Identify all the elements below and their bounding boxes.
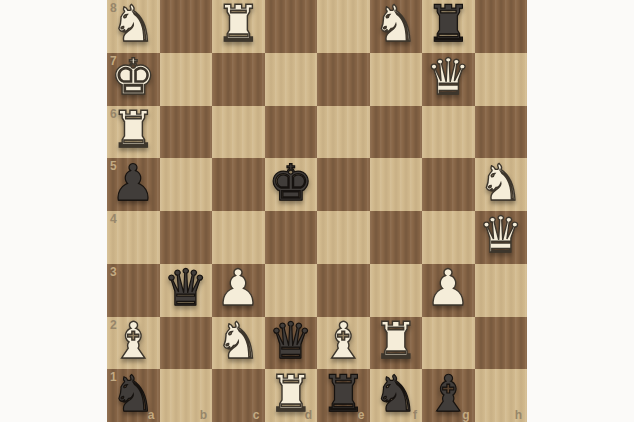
square-e8[interactable] xyxy=(317,0,370,53)
square-b3[interactable]: ♛ xyxy=(160,264,213,317)
square-g1[interactable]: g♝ xyxy=(422,369,475,422)
square-g8[interactable]: ♜ xyxy=(422,0,475,53)
square-h5[interactable]: ♞ xyxy=(475,158,528,211)
file-label-h: h xyxy=(515,409,522,421)
square-a2[interactable]: 2♝ xyxy=(107,317,160,370)
square-e7[interactable] xyxy=(317,53,370,106)
chess-board: 8♞♜♞♜7♚♛6♜5♟♚♞4♛3♛♟♟2♝♞♛♝♜1a♞bcd♜e♜f♞g♝h xyxy=(107,0,527,422)
piece-white-knight[interactable]: ♞ xyxy=(216,315,261,367)
square-a6[interactable]: 6♜ xyxy=(107,106,160,159)
square-h6[interactable] xyxy=(475,106,528,159)
square-f2[interactable]: ♜ xyxy=(370,317,423,370)
piece-white-pawn[interactable]: ♟ xyxy=(426,262,471,314)
square-d7[interactable] xyxy=(265,53,318,106)
square-d2[interactable]: ♛ xyxy=(265,317,318,370)
square-d5[interactable]: ♚ xyxy=(265,158,318,211)
square-e3[interactable] xyxy=(317,264,370,317)
square-e6[interactable] xyxy=(317,106,370,159)
square-f1[interactable]: f♞ xyxy=(370,369,423,422)
square-b5[interactable] xyxy=(160,158,213,211)
rank-label-3: 3 xyxy=(110,266,117,278)
piece-black-rook[interactable]: ♜ xyxy=(426,0,471,50)
square-c5[interactable] xyxy=(212,158,265,211)
square-h4[interactable]: ♛ xyxy=(475,211,528,264)
square-h1[interactable]: h xyxy=(475,369,528,422)
square-b1[interactable]: b xyxy=(160,369,213,422)
square-b6[interactable] xyxy=(160,106,213,159)
square-g3[interactable]: ♟ xyxy=(422,264,475,317)
file-label-c: c xyxy=(253,409,260,421)
square-h3[interactable] xyxy=(475,264,528,317)
rank-label-4: 4 xyxy=(110,213,117,225)
square-c4[interactable] xyxy=(212,211,265,264)
square-f3[interactable] xyxy=(370,264,423,317)
square-d1[interactable]: d♜ xyxy=(265,369,318,422)
square-f4[interactable] xyxy=(370,211,423,264)
square-g7[interactable]: ♛ xyxy=(422,53,475,106)
square-c1[interactable]: c xyxy=(212,369,265,422)
square-a7[interactable]: 7♚ xyxy=(107,53,160,106)
square-c7[interactable] xyxy=(212,53,265,106)
square-g5[interactable] xyxy=(422,158,475,211)
square-a5[interactable]: 5♟ xyxy=(107,158,160,211)
square-a3[interactable]: 3 xyxy=(107,264,160,317)
square-g6[interactable] xyxy=(422,106,475,159)
square-g4[interactable] xyxy=(422,211,475,264)
square-h7[interactable] xyxy=(475,53,528,106)
piece-white-rook[interactable]: ♜ xyxy=(111,104,156,156)
piece-black-queen[interactable]: ♛ xyxy=(163,262,208,314)
piece-white-queen[interactable]: ♛ xyxy=(478,209,523,261)
piece-white-pawn[interactable]: ♟ xyxy=(216,262,261,314)
square-a1[interactable]: 1a♞ xyxy=(107,369,160,422)
square-h8[interactable] xyxy=(475,0,528,53)
file-label-b: b xyxy=(200,409,207,421)
square-b2[interactable] xyxy=(160,317,213,370)
square-d6[interactable] xyxy=(265,106,318,159)
square-d8[interactable] xyxy=(265,0,318,53)
piece-white-knight[interactable]: ♞ xyxy=(111,0,156,50)
square-f6[interactable] xyxy=(370,106,423,159)
square-c2[interactable]: ♞ xyxy=(212,317,265,370)
square-e5[interactable] xyxy=(317,158,370,211)
piece-white-queen[interactable]: ♛ xyxy=(426,51,471,103)
piece-black-rook[interactable]: ♜ xyxy=(321,368,366,420)
square-c6[interactable] xyxy=(212,106,265,159)
piece-black-pawn[interactable]: ♟ xyxy=(111,157,156,209)
piece-black-knight[interactable]: ♞ xyxy=(373,368,418,420)
square-a4[interactable]: 4 xyxy=(107,211,160,264)
square-b8[interactable] xyxy=(160,0,213,53)
piece-white-knight[interactable]: ♞ xyxy=(373,0,418,50)
square-b4[interactable] xyxy=(160,211,213,264)
square-f5[interactable] xyxy=(370,158,423,211)
square-g2[interactable] xyxy=(422,317,475,370)
piece-black-knight[interactable]: ♞ xyxy=(111,368,156,420)
square-e1[interactable]: e♜ xyxy=(317,369,370,422)
page-background: 8♞♜♞♜7♚♛6♜5♟♚♞4♛3♛♟♟2♝♞♛♝♜1a♞bcd♜e♜f♞g♝h xyxy=(0,0,634,422)
square-d3[interactable] xyxy=(265,264,318,317)
piece-black-bishop[interactable]: ♝ xyxy=(426,368,471,420)
square-e2[interactable]: ♝ xyxy=(317,317,370,370)
square-h2[interactable] xyxy=(475,317,528,370)
square-e4[interactable] xyxy=(317,211,370,264)
piece-white-rook[interactable]: ♜ xyxy=(373,315,418,367)
piece-white-bishop[interactable]: ♝ xyxy=(321,315,366,367)
piece-white-king[interactable]: ♚ xyxy=(111,51,156,103)
square-c8[interactable]: ♜ xyxy=(212,0,265,53)
piece-black-king[interactable]: ♚ xyxy=(268,157,313,209)
square-d4[interactable] xyxy=(265,211,318,264)
piece-white-rook[interactable]: ♜ xyxy=(216,0,261,50)
piece-white-bishop[interactable]: ♝ xyxy=(111,315,156,367)
piece-white-rook[interactable]: ♜ xyxy=(268,368,313,420)
square-a8[interactable]: 8♞ xyxy=(107,0,160,53)
piece-white-knight[interactable]: ♞ xyxy=(478,157,523,209)
square-b7[interactable] xyxy=(160,53,213,106)
piece-black-queen[interactable]: ♛ xyxy=(268,315,313,367)
square-f7[interactable] xyxy=(370,53,423,106)
square-c3[interactable]: ♟ xyxy=(212,264,265,317)
square-f8[interactable]: ♞ xyxy=(370,0,423,53)
